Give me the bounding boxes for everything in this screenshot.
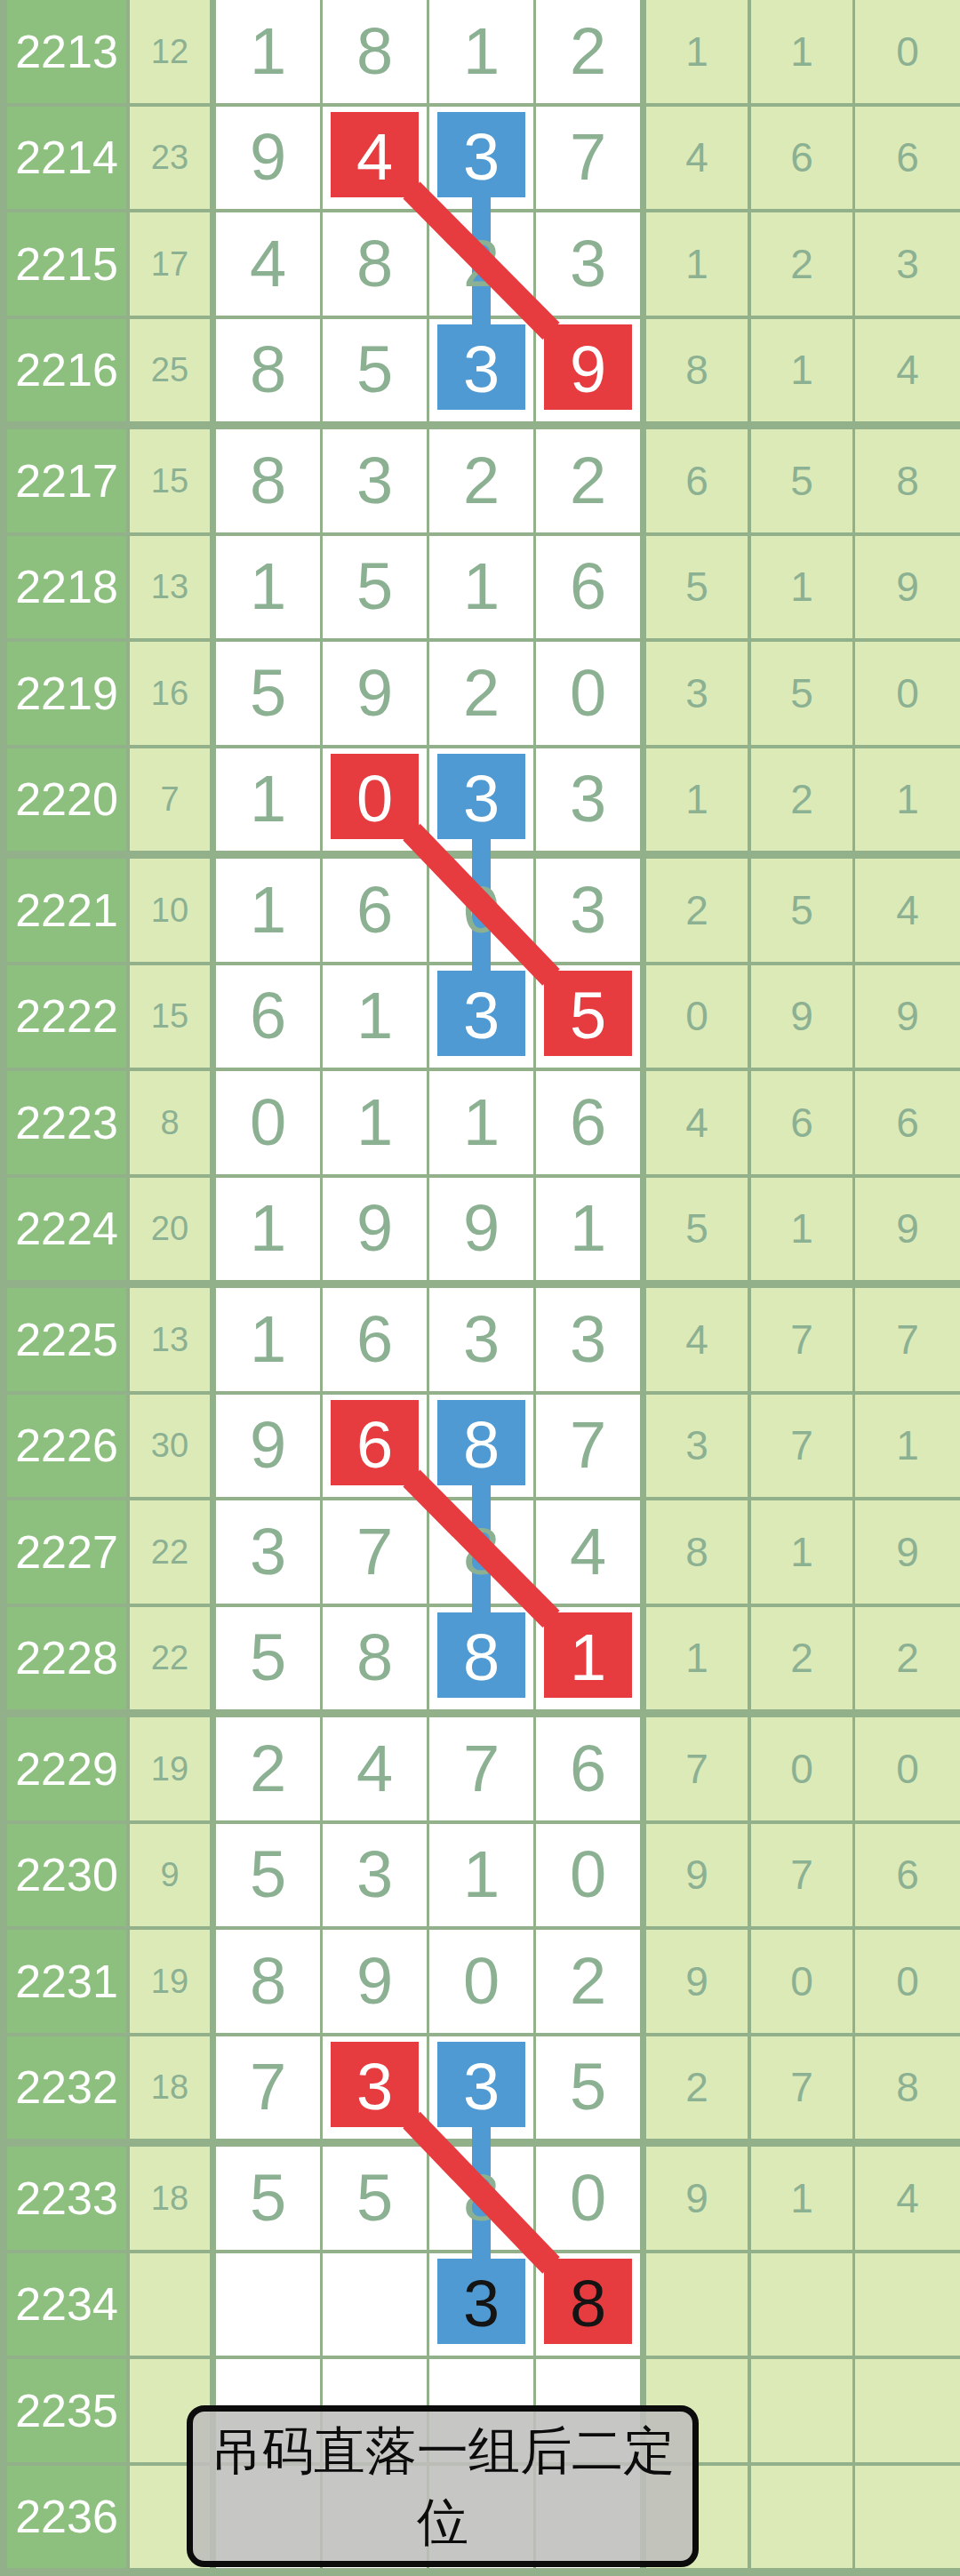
- cell-value: 1: [250, 877, 286, 943]
- digit-cell: 9: [323, 1930, 427, 2033]
- cell-value: 1: [250, 554, 286, 620]
- sum-cell: 22: [130, 1607, 210, 1710]
- cell-value: 15: [151, 464, 188, 498]
- digit-cell: 8: [429, 2147, 533, 2250]
- right-digit-cell: 5: [646, 536, 748, 639]
- period-cell: 2228: [7, 1607, 126, 1710]
- digit-cell: 5: [536, 2036, 640, 2140]
- cell-value: 2218: [15, 564, 118, 610]
- cell-value: 7: [790, 2067, 813, 2108]
- digit-cell: 0: [536, 2147, 640, 2250]
- table-row: 2226309687371: [7, 1395, 960, 1498]
- cell-value: 1: [463, 554, 500, 620]
- digit-cell: 3: [429, 2253, 533, 2356]
- cell-value: 9: [250, 1412, 286, 1478]
- digit-cell: 3: [429, 1288, 533, 1391]
- cell-value: 3: [356, 2054, 393, 2120]
- cell-value: 16: [151, 676, 188, 710]
- right-digit-cell: 1: [751, 0, 852, 103]
- cell-value: 0: [250, 1090, 286, 1156]
- right-digit-cell: 0: [646, 965, 748, 1068]
- cell-value: 8: [685, 1532, 708, 1572]
- cell-value: 22: [151, 1535, 188, 1569]
- cell-value: 3: [463, 766, 500, 832]
- digit-cell: 1: [216, 859, 320, 962]
- digit-cell: 2: [536, 1930, 640, 2033]
- cell-value: 8: [685, 349, 708, 390]
- cell-value: 0: [356, 766, 393, 832]
- digit-cell: 4: [536, 1500, 640, 1604]
- cell-value: 9: [356, 1948, 393, 2014]
- digit-cell: 2: [429, 642, 533, 745]
- sum-cell: 25: [130, 319, 210, 422]
- cell-value: 0: [896, 1748, 919, 1789]
- right-digit-cell: 2: [751, 748, 852, 852]
- cell-value: 2: [570, 1948, 606, 2014]
- right-digit-cell: 9: [751, 965, 852, 1068]
- table-row: 2227223784819: [7, 1500, 960, 1604]
- right-digit-cell: 0: [751, 1930, 852, 2033]
- cell-value: 2213: [15, 28, 118, 75]
- sum-cell: 15: [130, 965, 210, 1068]
- cell-value: 1: [790, 1532, 813, 1572]
- cell-value: 2219: [15, 670, 118, 716]
- digit-cell: 9: [429, 1178, 533, 1281]
- digit-cell: 1: [429, 536, 533, 639]
- cell-value: 30: [151, 1428, 188, 1462]
- cell-value: 2227: [15, 1529, 118, 1575]
- cell-value: 0: [463, 877, 500, 943]
- digit-cell: 1: [216, 536, 320, 639]
- right-digit-cell: [855, 2253, 960, 2356]
- cell-value: 1: [250, 1196, 286, 1261]
- sum-cell: 15: [130, 429, 210, 532]
- cell-value: 6: [570, 1090, 606, 1156]
- cell-value: 9: [685, 2178, 708, 2219]
- sum-cell: 18: [130, 2036, 210, 2140]
- cell-value: 1: [896, 779, 919, 820]
- cell-value: 4: [250, 231, 286, 297]
- cell-value: 3: [463, 2054, 500, 2120]
- digit-cell: 6: [323, 1395, 427, 1498]
- cell-value: 8: [570, 2271, 606, 2337]
- right-digit-cell: 5: [751, 429, 852, 532]
- cell-value: 5: [570, 2054, 606, 2120]
- sum-cell: 13: [130, 536, 210, 639]
- cell-value: 2230: [15, 1852, 118, 1898]
- cell-value: 8: [250, 337, 286, 403]
- digit-cell: 2: [429, 429, 533, 532]
- digit-cell: 8: [323, 0, 427, 103]
- cell-value: 2220: [15, 776, 118, 822]
- cell-value: 8: [250, 1948, 286, 2014]
- cell-value: 18: [151, 2070, 188, 2104]
- period-cell: 2224: [7, 1178, 126, 1281]
- cell-value: 2233: [15, 2175, 118, 2221]
- annotation-box: 吊码直落一组后二定位: [187, 2405, 699, 2567]
- cell-value: 8: [250, 448, 286, 514]
- digit-cell: 1: [216, 1288, 320, 1391]
- cell-value: 3: [463, 983, 500, 1049]
- table-row: 2229192476700: [7, 1717, 960, 1820]
- cell-value: 2: [463, 448, 500, 514]
- period-cell: 2225: [7, 1288, 126, 1391]
- cell-value: 0: [463, 1948, 500, 2014]
- annotation-text: 吊码直落一组后二定位: [205, 2415, 680, 2557]
- period-cell: 2226: [7, 1395, 126, 1498]
- cell-value: 2222: [15, 993, 118, 1039]
- right-digit-cell: 8: [855, 2036, 960, 2140]
- right-digit-cell: 1: [751, 2147, 852, 2250]
- digit-cell: 5: [323, 536, 427, 639]
- cell-value: 5: [685, 1208, 708, 1249]
- cell-value: 4: [356, 124, 393, 190]
- cell-value: 5: [790, 890, 813, 931]
- right-digit-cell: 3: [855, 212, 960, 316]
- right-digit-cell: 9: [855, 1178, 960, 1281]
- digit-cell: 3: [429, 107, 533, 210]
- right-digit-cell: [751, 2466, 852, 2569]
- right-digit-cell: [646, 2253, 748, 2356]
- right-digit-cell: 7: [751, 1395, 852, 1498]
- cell-value: 2214: [15, 134, 118, 180]
- right-digit-cell: 9: [855, 965, 960, 1068]
- right-digit-cell: 9: [646, 1930, 748, 2033]
- period-cell: 2227: [7, 1500, 126, 1604]
- right-digit-cell: 7: [751, 1824, 852, 1927]
- cell-value: 3: [685, 1425, 708, 1466]
- right-digit-cell: 9: [646, 2147, 748, 2250]
- right-digit-cell: 7: [751, 2036, 852, 2140]
- cell-value: 4: [896, 349, 919, 390]
- right-digit-cell: 6: [855, 1071, 960, 1174]
- cell-value: 7: [356, 1519, 393, 1585]
- digit-cell: 8: [429, 1607, 533, 1710]
- cell-value: 9: [896, 996, 919, 1036]
- table-row: 2213121812110: [7, 0, 960, 103]
- cell-value: 20: [151, 1212, 188, 1245]
- right-digit-cell: 7: [855, 1288, 960, 1391]
- cell-value: 23: [151, 140, 188, 174]
- digit-cell: 5: [216, 1824, 320, 1927]
- digit-cell: 7: [536, 107, 640, 210]
- cell-value: 2: [896, 1637, 919, 1678]
- cell-value: 3: [570, 766, 606, 832]
- right-digit-cell: 1: [646, 212, 748, 316]
- right-digit-cell: 1: [646, 0, 748, 103]
- digit-cell: 3: [536, 859, 640, 962]
- right-digit-cell: 0: [855, 1930, 960, 2033]
- cell-value: 5: [685, 566, 708, 607]
- cell-value: 2225: [15, 1316, 118, 1363]
- period-cell: 2218: [7, 536, 126, 639]
- cell-value: 2: [685, 890, 708, 931]
- cell-value: 6: [250, 983, 286, 1049]
- digit-cell: 5: [323, 2147, 427, 2250]
- right-digit-cell: 1: [855, 1395, 960, 1498]
- cell-value: 1: [790, 31, 813, 72]
- cell-value: 0: [896, 31, 919, 72]
- digit-cell: 3: [323, 1824, 427, 1927]
- cell-value: 2236: [15, 2493, 118, 2540]
- digit-cell: 8: [536, 2253, 640, 2356]
- digit-cell: 3: [323, 2036, 427, 2140]
- cell-value: 5: [250, 1842, 286, 1908]
- cell-value: 9: [160, 1858, 179, 1892]
- cell-value: 22: [151, 1641, 188, 1675]
- cell-value: 1: [896, 1425, 919, 1466]
- cell-value: 8: [160, 1106, 179, 1140]
- right-digit-cell: 1: [855, 748, 960, 852]
- right-digit-cell: 9: [855, 1500, 960, 1604]
- cell-value: 9: [463, 1196, 500, 1261]
- digit-cell: 6: [536, 1717, 640, 1820]
- cell-value: 4: [896, 2178, 919, 2219]
- digit-cell: 5: [216, 642, 320, 745]
- right-digit-cell: [751, 2359, 852, 2462]
- right-digit-cell: 1: [751, 319, 852, 422]
- cell-value: 3: [356, 448, 393, 514]
- cell-value: 2: [570, 448, 606, 514]
- right-digit-cell: 6: [646, 429, 748, 532]
- sum-cell: 9: [130, 1824, 210, 1927]
- cell-value: 1: [250, 766, 286, 832]
- right-digit-cell: 6: [855, 1824, 960, 1927]
- digit-cell: 9: [323, 642, 427, 745]
- table-row: 2219165920350: [7, 642, 960, 745]
- digit-cell: 1: [536, 1607, 640, 1710]
- cell-value: 5: [570, 983, 606, 1049]
- cell-value: 1: [463, 19, 500, 84]
- period-cell: 2236: [7, 2466, 126, 2569]
- right-digit-cell: [751, 2253, 852, 2356]
- table-row: 2225131633477: [7, 1288, 960, 1391]
- period-cell: 2221: [7, 859, 126, 962]
- right-digit-cell: 4: [855, 859, 960, 962]
- digit-cell: 0: [216, 1071, 320, 1174]
- cell-value: 0: [685, 996, 708, 1036]
- table-row: 223095310976: [7, 1824, 960, 1927]
- sum-cell: 30: [130, 1395, 210, 1498]
- cell-value: 5: [250, 2165, 286, 2231]
- cell-value: 5: [250, 1625, 286, 1691]
- digit-cell: 6: [323, 1288, 427, 1391]
- right-digit-cell: 5: [751, 642, 852, 745]
- right-digit-cell: 6: [751, 1071, 852, 1174]
- cell-value: 1: [570, 1196, 606, 1261]
- right-digit-cell: 2: [855, 1607, 960, 1710]
- digit-cell: 7: [323, 1500, 427, 1604]
- period-cell: 2216: [7, 319, 126, 422]
- digit-cell: 6: [216, 965, 320, 1068]
- cell-value: 2228: [15, 1635, 118, 1681]
- digit-cell: 2: [429, 212, 533, 316]
- right-digit-cell: 4: [646, 107, 748, 210]
- digit-cell: 6: [323, 859, 427, 962]
- cell-value: 1: [685, 1637, 708, 1678]
- period-cell: 2223: [7, 1071, 126, 1174]
- cell-value: 1: [685, 779, 708, 820]
- cell-value: 1: [685, 31, 708, 72]
- digit-cell: 8: [323, 212, 427, 316]
- digit-cell: 7: [216, 2036, 320, 2140]
- right-digit-cell: 8: [646, 1500, 748, 1604]
- cell-value: 2: [463, 660, 500, 726]
- right-digit-cell: 9: [855, 536, 960, 639]
- cell-value: 7: [790, 1854, 813, 1895]
- table-row: 2217158322658: [7, 429, 960, 532]
- digit-cell: 3: [429, 2036, 533, 2140]
- cell-value: 3: [463, 1307, 500, 1372]
- period-cell: 2213: [7, 0, 126, 103]
- sum-cell: 17: [130, 212, 210, 316]
- table-row: 2231198902900: [7, 1930, 960, 2033]
- cell-value: 8: [463, 1519, 500, 1585]
- cell-value: 6: [896, 137, 919, 178]
- digit-cell: 8: [216, 1930, 320, 2033]
- right-digit-cell: 2: [646, 859, 748, 962]
- cell-value: 2223: [15, 1100, 118, 1146]
- cell-value: 4: [685, 137, 708, 178]
- cell-value: 19: [151, 1964, 188, 1998]
- table-row: 2224201991519: [7, 1178, 960, 1281]
- right-digit-cell: 0: [855, 1717, 960, 1820]
- period-cell: 2219: [7, 642, 126, 745]
- digit-cell: 0: [536, 642, 640, 745]
- table-row: 2218131516519: [7, 536, 960, 639]
- digit-cell: 3: [429, 319, 533, 422]
- table-row: 223438: [7, 2253, 960, 2356]
- sum-cell: 7: [130, 748, 210, 852]
- sum-cell: 23: [130, 107, 210, 210]
- digit-cell: 4: [216, 212, 320, 316]
- cell-value: 0: [896, 1961, 919, 2002]
- cell-value: 9: [896, 1532, 919, 1572]
- digit-cell: 1: [216, 748, 320, 852]
- period-cell: 2229: [7, 1717, 126, 1820]
- cell-value: 2224: [15, 1205, 118, 1252]
- right-digit-cell: [855, 2359, 960, 2462]
- table-row: 222380116466: [7, 1071, 960, 1174]
- right-digit-cell: 0: [855, 642, 960, 745]
- table-row: 2232187335278: [7, 2036, 960, 2140]
- cell-value: 4: [685, 1319, 708, 1360]
- digit-cell: 9: [536, 319, 640, 422]
- cell-value: 5: [356, 554, 393, 620]
- cell-value: 0: [570, 1842, 606, 1908]
- cell-value: 2: [685, 2067, 708, 2108]
- cell-value: 9: [790, 996, 813, 1036]
- sum-cell: 16: [130, 642, 210, 745]
- sum-cell: 13: [130, 1288, 210, 1391]
- sum-cell: 8: [130, 1071, 210, 1174]
- right-digit-cell: 7: [646, 1717, 748, 1820]
- cell-value: 25: [151, 353, 188, 387]
- sum-cell: 22: [130, 1500, 210, 1604]
- period-cell: 2231: [7, 1930, 126, 2033]
- sum-cell: 10: [130, 859, 210, 962]
- digit-cell: 8: [429, 1395, 533, 1498]
- digit-cell: 8: [323, 1607, 427, 1710]
- table-row: 2222156135099: [7, 965, 960, 1068]
- cell-value: 8: [463, 2165, 500, 2231]
- cell-value: 7: [790, 1425, 813, 1466]
- cell-value: 1: [790, 566, 813, 607]
- cell-value: 3: [570, 877, 606, 943]
- right-digit-cell: 3: [646, 1395, 748, 1498]
- digit-cell: 3: [216, 1500, 320, 1604]
- cell-value: 3: [463, 2271, 500, 2337]
- right-digit-cell: 3: [646, 642, 748, 745]
- cell-value: 6: [356, 877, 393, 943]
- cell-value: 9: [356, 660, 393, 726]
- cell-value: 4: [896, 890, 919, 931]
- table-row: 2215174823123: [7, 212, 960, 316]
- cell-value: 4: [570, 1519, 606, 1585]
- digit-cell: 3: [429, 965, 533, 1068]
- digit-cell: 1: [216, 1178, 320, 1281]
- cell-value: 0: [570, 2165, 606, 2231]
- cell-value: 17: [151, 247, 188, 281]
- cell-value: 1: [250, 19, 286, 84]
- cell-value: 7: [250, 2054, 286, 2120]
- table-row: 2228225881122: [7, 1607, 960, 1710]
- cell-value: 8: [896, 2067, 919, 2108]
- digit-cell: 1: [536, 1178, 640, 1281]
- cell-value: 3: [570, 231, 606, 297]
- right-digit-cell: 1: [646, 748, 748, 852]
- digit-cell: 1: [429, 0, 533, 103]
- digit-cell: 2: [536, 429, 640, 532]
- cell-value: 2: [463, 231, 500, 297]
- right-digit-cell: 6: [855, 107, 960, 210]
- cell-value: 4: [356, 1736, 393, 1802]
- cell-value: 6: [790, 137, 813, 178]
- cell-value: 3: [685, 673, 708, 714]
- digit-cell: 8: [216, 429, 320, 532]
- cell-value: 3: [896, 244, 919, 284]
- cell-value: 1: [463, 1842, 500, 1908]
- sum-cell: 20: [130, 1178, 210, 1281]
- cell-value: 18: [151, 2181, 188, 2215]
- right-digit-cell: 9: [646, 1824, 748, 1927]
- right-digit-cell: 7: [751, 1288, 852, 1391]
- sum-cell: 12: [130, 0, 210, 103]
- cell-value: 8: [356, 1625, 393, 1691]
- cell-value: 5: [790, 673, 813, 714]
- digit-cell: 1: [216, 0, 320, 103]
- digit-cell: 0: [429, 859, 533, 962]
- right-digit-cell: 2: [646, 2036, 748, 2140]
- cell-value: 1: [570, 1625, 606, 1691]
- cell-value: 6: [685, 460, 708, 501]
- cell-value: 8: [463, 1412, 500, 1478]
- period-cell: 2234: [7, 2253, 126, 2356]
- cell-value: 9: [356, 1196, 393, 1261]
- digit-cell: 1: [323, 965, 427, 1068]
- right-digit-cell: 4: [646, 1288, 748, 1391]
- sum-cell: 18: [130, 2147, 210, 2250]
- right-digit-cell: 6: [751, 107, 852, 210]
- cell-value: 1: [790, 349, 813, 390]
- cell-value: 1: [250, 1307, 286, 1372]
- right-digit-cell: 5: [751, 859, 852, 962]
- right-digit-cell: 1: [751, 1178, 852, 1281]
- right-digit-cell: 8: [855, 429, 960, 532]
- digit-cell: 5: [536, 965, 640, 1068]
- digit-cell: 2: [536, 0, 640, 103]
- sum-cell: 19: [130, 1930, 210, 2033]
